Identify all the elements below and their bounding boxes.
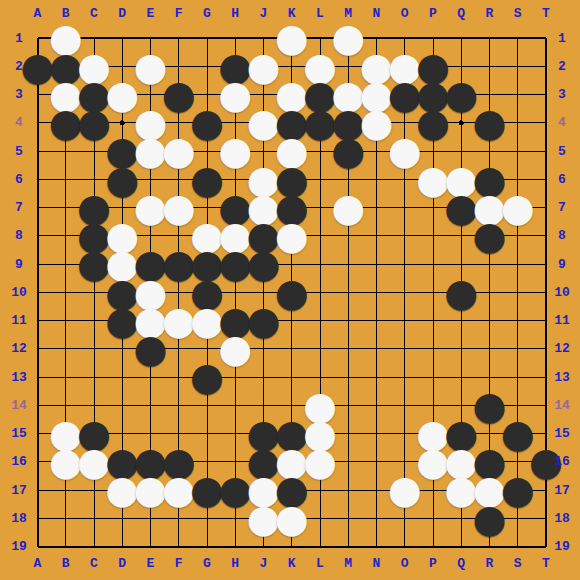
intersection[interactable]: ● bbox=[136, 448, 164, 476]
intersection[interactable] bbox=[165, 165, 193, 193]
intersection[interactable] bbox=[475, 306, 503, 334]
intersection[interactable] bbox=[278, 250, 306, 278]
intersection[interactable] bbox=[306, 363, 334, 391]
intersection[interactable]: ● bbox=[80, 80, 108, 108]
intersection[interactable]: ● bbox=[165, 137, 193, 165]
intersection[interactable] bbox=[249, 137, 277, 165]
intersection[interactable] bbox=[108, 335, 136, 363]
intersection[interactable] bbox=[391, 419, 419, 447]
intersection[interactable] bbox=[108, 193, 136, 221]
intersection[interactable] bbox=[165, 335, 193, 363]
intersection[interactable] bbox=[391, 306, 419, 334]
intersection[interactable] bbox=[362, 306, 390, 334]
intersection[interactable] bbox=[193, 193, 221, 221]
intersection[interactable]: ● bbox=[136, 335, 164, 363]
intersection[interactable]: ● bbox=[306, 391, 334, 419]
intersection[interactable] bbox=[419, 391, 447, 419]
intersection[interactable] bbox=[80, 165, 108, 193]
intersection[interactable] bbox=[391, 109, 419, 137]
intersection[interactable] bbox=[249, 80, 277, 108]
intersection[interactable] bbox=[419, 306, 447, 334]
intersection[interactable] bbox=[391, 335, 419, 363]
intersection[interactable] bbox=[278, 363, 306, 391]
intersection[interactable]: ● bbox=[52, 419, 80, 447]
intersection[interactable]: ● bbox=[447, 476, 475, 504]
intersection[interactable]: ● bbox=[249, 250, 277, 278]
intersection[interactable] bbox=[278, 391, 306, 419]
intersection[interactable]: ● bbox=[334, 80, 362, 108]
intersection[interactable] bbox=[52, 250, 80, 278]
intersection[interactable]: ● bbox=[108, 80, 136, 108]
intersection[interactable] bbox=[52, 363, 80, 391]
intersection[interactable] bbox=[362, 278, 390, 306]
intersection[interactable] bbox=[136, 419, 164, 447]
intersection[interactable] bbox=[193, 52, 221, 80]
intersection[interactable]: ● bbox=[193, 250, 221, 278]
intersection[interactable] bbox=[447, 250, 475, 278]
intersection[interactable] bbox=[136, 165, 164, 193]
intersection[interactable] bbox=[306, 504, 334, 532]
intersection[interactable] bbox=[362, 476, 390, 504]
intersection[interactable]: ● bbox=[108, 448, 136, 476]
intersection[interactable] bbox=[419, 24, 447, 52]
intersection[interactable] bbox=[447, 24, 475, 52]
intersection[interactable] bbox=[504, 165, 532, 193]
intersection[interactable]: ● bbox=[419, 80, 447, 108]
intersection[interactable]: ● bbox=[278, 419, 306, 447]
intersection[interactable]: ● bbox=[278, 193, 306, 221]
intersection[interactable]: ● bbox=[249, 165, 277, 193]
intersection[interactable] bbox=[334, 52, 362, 80]
intersection[interactable] bbox=[306, 306, 334, 334]
intersection[interactable] bbox=[504, 278, 532, 306]
intersection[interactable] bbox=[334, 222, 362, 250]
intersection[interactable] bbox=[136, 24, 164, 52]
intersection[interactable] bbox=[391, 24, 419, 52]
intersection[interactable] bbox=[193, 504, 221, 532]
intersection[interactable] bbox=[278, 306, 306, 334]
intersection[interactable]: ● bbox=[136, 306, 164, 334]
intersection[interactable] bbox=[504, 52, 532, 80]
intersection[interactable] bbox=[221, 165, 249, 193]
intersection[interactable] bbox=[80, 504, 108, 532]
intersection[interactable]: ● bbox=[475, 476, 503, 504]
intersection[interactable] bbox=[334, 165, 362, 193]
intersection[interactable]: ● bbox=[249, 306, 277, 334]
intersection[interactable]: ● bbox=[221, 80, 249, 108]
intersection[interactable] bbox=[391, 193, 419, 221]
intersection[interactable]: ● bbox=[447, 80, 475, 108]
intersection[interactable] bbox=[52, 193, 80, 221]
intersection[interactable] bbox=[108, 391, 136, 419]
intersection[interactable] bbox=[334, 476, 362, 504]
intersection[interactable]: ● bbox=[52, 80, 80, 108]
intersection[interactable] bbox=[80, 278, 108, 306]
intersection[interactable] bbox=[165, 24, 193, 52]
intersection[interactable] bbox=[391, 391, 419, 419]
intersection[interactable] bbox=[504, 137, 532, 165]
intersection[interactable] bbox=[391, 448, 419, 476]
intersection[interactable] bbox=[419, 476, 447, 504]
intersection[interactable] bbox=[306, 250, 334, 278]
intersection[interactable]: ● bbox=[249, 504, 277, 532]
intersection[interactable] bbox=[306, 24, 334, 52]
intersection[interactable]: ● bbox=[108, 476, 136, 504]
intersection[interactable]: ● bbox=[221, 476, 249, 504]
intersection[interactable] bbox=[475, 363, 503, 391]
intersection[interactable] bbox=[504, 335, 532, 363]
intersection[interactable] bbox=[504, 448, 532, 476]
intersection[interactable]: ● bbox=[447, 419, 475, 447]
intersection[interactable]: ● bbox=[306, 80, 334, 108]
intersection[interactable] bbox=[475, 24, 503, 52]
intersection[interactable] bbox=[362, 504, 390, 532]
intersection[interactable] bbox=[362, 448, 390, 476]
intersection[interactable] bbox=[193, 80, 221, 108]
intersection[interactable] bbox=[165, 52, 193, 80]
intersection[interactable]: ● bbox=[80, 109, 108, 137]
intersection[interactable] bbox=[108, 363, 136, 391]
intersection[interactable] bbox=[504, 24, 532, 52]
intersection[interactable] bbox=[475, 52, 503, 80]
intersection[interactable] bbox=[362, 363, 390, 391]
intersection[interactable]: ● bbox=[52, 52, 80, 80]
intersection[interactable] bbox=[136, 222, 164, 250]
intersection[interactable]: ● bbox=[221, 193, 249, 221]
intersection[interactable] bbox=[447, 222, 475, 250]
intersection[interactable]: ● bbox=[278, 222, 306, 250]
intersection[interactable] bbox=[419, 278, 447, 306]
intersection[interactable] bbox=[419, 363, 447, 391]
intersection[interactable] bbox=[52, 222, 80, 250]
intersection[interactable]: ● bbox=[391, 80, 419, 108]
intersection[interactable] bbox=[136, 363, 164, 391]
intersection[interactable]: ● bbox=[362, 80, 390, 108]
intersection[interactable]: ● bbox=[52, 109, 80, 137]
intersection[interactable]: ● bbox=[193, 476, 221, 504]
intersection[interactable] bbox=[419, 250, 447, 278]
intersection[interactable] bbox=[475, 80, 503, 108]
intersection[interactable] bbox=[419, 335, 447, 363]
intersection[interactable] bbox=[221, 391, 249, 419]
intersection[interactable]: ● bbox=[221, 222, 249, 250]
intersection[interactable]: ● bbox=[52, 24, 80, 52]
intersection[interactable] bbox=[504, 222, 532, 250]
intersection[interactable]: ● bbox=[475, 391, 503, 419]
intersection[interactable]: ● bbox=[504, 476, 532, 504]
intersection[interactable] bbox=[80, 137, 108, 165]
intersection[interactable]: ● bbox=[221, 250, 249, 278]
intersection[interactable]: ● bbox=[278, 80, 306, 108]
intersection[interactable]: ● bbox=[391, 137, 419, 165]
intersection[interactable]: ● bbox=[447, 165, 475, 193]
intersection[interactable] bbox=[504, 363, 532, 391]
intersection[interactable]: ● bbox=[80, 250, 108, 278]
intersection[interactable] bbox=[221, 363, 249, 391]
intersection[interactable]: ● bbox=[278, 504, 306, 532]
intersection[interactable]: ● bbox=[278, 165, 306, 193]
intersection[interactable]: ● bbox=[108, 137, 136, 165]
intersection[interactable] bbox=[447, 306, 475, 334]
intersection[interactable]: ● bbox=[249, 109, 277, 137]
intersection[interactable]: ● bbox=[249, 448, 277, 476]
intersection[interactable]: ● bbox=[193, 222, 221, 250]
intersection[interactable]: ● bbox=[249, 222, 277, 250]
intersection[interactable] bbox=[475, 137, 503, 165]
intersection[interactable]: ● bbox=[419, 52, 447, 80]
intersection[interactable] bbox=[165, 109, 193, 137]
intersection[interactable] bbox=[334, 363, 362, 391]
intersection[interactable]: ● bbox=[136, 52, 164, 80]
intersection[interactable]: ● bbox=[108, 306, 136, 334]
intersection[interactable] bbox=[249, 278, 277, 306]
intersection[interactable] bbox=[193, 419, 221, 447]
intersection[interactable] bbox=[193, 391, 221, 419]
intersection[interactable] bbox=[447, 52, 475, 80]
intersection[interactable] bbox=[334, 278, 362, 306]
intersection[interactable] bbox=[165, 278, 193, 306]
intersection[interactable] bbox=[165, 504, 193, 532]
intersection[interactable]: ● bbox=[278, 476, 306, 504]
intersection[interactable]: ● bbox=[136, 250, 164, 278]
intersection[interactable] bbox=[306, 222, 334, 250]
intersection[interactable] bbox=[221, 504, 249, 532]
intersection[interactable] bbox=[334, 448, 362, 476]
intersection[interactable]: ● bbox=[475, 504, 503, 532]
intersection[interactable]: ● bbox=[306, 109, 334, 137]
intersection[interactable]: ● bbox=[249, 52, 277, 80]
intersection[interactable]: ● bbox=[165, 193, 193, 221]
intersection[interactable]: ● bbox=[165, 448, 193, 476]
intersection[interactable]: ● bbox=[419, 419, 447, 447]
intersection[interactable] bbox=[391, 504, 419, 532]
intersection[interactable] bbox=[334, 504, 362, 532]
intersection[interactable]: ● bbox=[193, 165, 221, 193]
intersection[interactable] bbox=[391, 278, 419, 306]
intersection[interactable]: ● bbox=[334, 24, 362, 52]
intersection[interactable] bbox=[391, 222, 419, 250]
intersection[interactable]: ● bbox=[108, 165, 136, 193]
intersection[interactable] bbox=[136, 504, 164, 532]
intersection[interactable] bbox=[193, 335, 221, 363]
intersection[interactable]: ● bbox=[419, 448, 447, 476]
intersection[interactable]: ● bbox=[136, 109, 164, 137]
intersection[interactable]: ● bbox=[193, 109, 221, 137]
intersection[interactable] bbox=[52, 165, 80, 193]
intersection[interactable]: ● bbox=[80, 222, 108, 250]
intersection[interactable]: ● bbox=[475, 193, 503, 221]
intersection[interactable]: ● bbox=[278, 109, 306, 137]
intersection[interactable] bbox=[447, 137, 475, 165]
intersection[interactable]: ● bbox=[504, 419, 532, 447]
intersection[interactable]: ● bbox=[475, 448, 503, 476]
intersection[interactable] bbox=[362, 24, 390, 52]
intersection[interactable]: ● bbox=[334, 109, 362, 137]
intersection[interactable] bbox=[108, 109, 136, 137]
intersection[interactable]: ● bbox=[80, 52, 108, 80]
intersection[interactable] bbox=[419, 504, 447, 532]
intersection[interactable]: ● bbox=[80, 448, 108, 476]
intersection[interactable]: ● bbox=[108, 222, 136, 250]
intersection[interactable] bbox=[52, 504, 80, 532]
intersection[interactable] bbox=[108, 504, 136, 532]
intersection[interactable]: ● bbox=[334, 193, 362, 221]
intersection[interactable] bbox=[165, 419, 193, 447]
intersection[interactable] bbox=[447, 363, 475, 391]
intersection[interactable] bbox=[419, 137, 447, 165]
intersection[interactable] bbox=[108, 52, 136, 80]
intersection[interactable]: ● bbox=[249, 476, 277, 504]
intersection[interactable] bbox=[504, 250, 532, 278]
intersection[interactable]: ● bbox=[136, 278, 164, 306]
intersection[interactable]: ● bbox=[52, 448, 80, 476]
intersection[interactable]: ● bbox=[249, 419, 277, 447]
intersection[interactable] bbox=[447, 109, 475, 137]
intersection[interactable] bbox=[419, 222, 447, 250]
intersection[interactable]: ● bbox=[504, 193, 532, 221]
intersection[interactable] bbox=[391, 363, 419, 391]
intersection[interactable]: ● bbox=[362, 52, 390, 80]
intersection[interactable] bbox=[504, 504, 532, 532]
intersection[interactable] bbox=[249, 363, 277, 391]
intersection[interactable] bbox=[278, 335, 306, 363]
intersection[interactable] bbox=[362, 222, 390, 250]
intersection[interactable] bbox=[334, 335, 362, 363]
intersection[interactable]: ● bbox=[447, 193, 475, 221]
intersection[interactable]: ● bbox=[391, 52, 419, 80]
intersection[interactable] bbox=[108, 24, 136, 52]
intersection[interactable] bbox=[306, 476, 334, 504]
intersection[interactable]: ● bbox=[306, 419, 334, 447]
intersection[interactable] bbox=[80, 476, 108, 504]
intersection[interactable]: ● bbox=[278, 448, 306, 476]
intersection[interactable] bbox=[193, 137, 221, 165]
intersection[interactable] bbox=[80, 306, 108, 334]
intersection[interactable] bbox=[136, 80, 164, 108]
intersection[interactable] bbox=[165, 222, 193, 250]
intersection[interactable] bbox=[52, 391, 80, 419]
intersection[interactable] bbox=[108, 419, 136, 447]
intersection[interactable] bbox=[136, 391, 164, 419]
intersection[interactable] bbox=[391, 250, 419, 278]
intersection[interactable]: ● bbox=[165, 476, 193, 504]
intersection[interactable]: ● bbox=[249, 193, 277, 221]
intersection[interactable] bbox=[80, 24, 108, 52]
intersection[interactable] bbox=[475, 419, 503, 447]
intersection[interactable]: ● bbox=[165, 80, 193, 108]
intersection[interactable]: ● bbox=[136, 137, 164, 165]
intersection[interactable] bbox=[475, 278, 503, 306]
intersection[interactable] bbox=[391, 165, 419, 193]
intersection[interactable]: ● bbox=[136, 476, 164, 504]
intersection[interactable]: ● bbox=[278, 24, 306, 52]
intersection[interactable]: ● bbox=[447, 278, 475, 306]
intersection[interactable]: ● bbox=[334, 137, 362, 165]
intersection[interactable] bbox=[52, 335, 80, 363]
intersection[interactable] bbox=[306, 278, 334, 306]
intersection[interactable] bbox=[504, 391, 532, 419]
intersection[interactable]: ● bbox=[475, 165, 503, 193]
intersection[interactable] bbox=[80, 335, 108, 363]
intersection[interactable] bbox=[504, 306, 532, 334]
intersection[interactable] bbox=[165, 391, 193, 419]
intersection[interactable]: ● bbox=[391, 476, 419, 504]
intersection[interactable] bbox=[221, 109, 249, 137]
intersection[interactable] bbox=[306, 335, 334, 363]
intersection[interactable] bbox=[362, 165, 390, 193]
intersection[interactable] bbox=[362, 193, 390, 221]
intersection[interactable]: ● bbox=[80, 419, 108, 447]
intersection[interactable]: ● bbox=[475, 109, 503, 137]
intersection[interactable] bbox=[80, 363, 108, 391]
intersection[interactable]: ● bbox=[447, 448, 475, 476]
intersection[interactable]: ● bbox=[306, 52, 334, 80]
intersection[interactable] bbox=[221, 419, 249, 447]
intersection[interactable] bbox=[447, 335, 475, 363]
intersection[interactable]: ● bbox=[221, 137, 249, 165]
intersection[interactable]: ● bbox=[419, 109, 447, 137]
intersection[interactable]: ● bbox=[278, 278, 306, 306]
intersection[interactable] bbox=[334, 306, 362, 334]
intersection[interactable] bbox=[306, 165, 334, 193]
intersection[interactable] bbox=[504, 80, 532, 108]
intersection[interactable]: ● bbox=[221, 52, 249, 80]
intersection[interactable] bbox=[52, 137, 80, 165]
intersection[interactable]: ● bbox=[193, 278, 221, 306]
intersection[interactable] bbox=[306, 137, 334, 165]
intersection[interactable]: ● bbox=[193, 363, 221, 391]
intersection[interactable]: ● bbox=[108, 278, 136, 306]
intersection[interactable] bbox=[193, 24, 221, 52]
intersection[interactable] bbox=[249, 24, 277, 52]
intersection[interactable] bbox=[362, 335, 390, 363]
intersection[interactable] bbox=[475, 335, 503, 363]
intersection[interactable] bbox=[278, 52, 306, 80]
intersection[interactable] bbox=[504, 109, 532, 137]
intersection[interactable]: ● bbox=[362, 109, 390, 137]
intersection[interactable] bbox=[249, 335, 277, 363]
intersection[interactable] bbox=[221, 278, 249, 306]
intersection[interactable] bbox=[52, 476, 80, 504]
intersection[interactable] bbox=[362, 419, 390, 447]
intersection[interactable]: ● bbox=[80, 193, 108, 221]
intersection[interactable] bbox=[249, 391, 277, 419]
intersection[interactable]: ● bbox=[221, 306, 249, 334]
intersection[interactable]: ● bbox=[306, 448, 334, 476]
intersection[interactable] bbox=[306, 193, 334, 221]
intersection[interactable] bbox=[193, 448, 221, 476]
intersection[interactable] bbox=[52, 306, 80, 334]
intersection[interactable] bbox=[334, 419, 362, 447]
intersection[interactable]: ● bbox=[475, 222, 503, 250]
intersection[interactable]: ● bbox=[165, 306, 193, 334]
intersection[interactable] bbox=[447, 391, 475, 419]
intersection[interactable]: ● bbox=[419, 165, 447, 193]
intersection[interactable]: ● bbox=[136, 193, 164, 221]
intersection[interactable] bbox=[221, 448, 249, 476]
intersection[interactable] bbox=[362, 137, 390, 165]
intersection[interactable]: ● bbox=[278, 137, 306, 165]
intersection[interactable] bbox=[334, 250, 362, 278]
intersection[interactable] bbox=[419, 193, 447, 221]
intersection[interactable]: ● bbox=[108, 250, 136, 278]
intersection[interactable]: ● bbox=[221, 335, 249, 363]
intersection[interactable] bbox=[362, 250, 390, 278]
intersection[interactable] bbox=[80, 391, 108, 419]
intersection[interactable] bbox=[165, 363, 193, 391]
intersection[interactable]: ● bbox=[165, 250, 193, 278]
intersection[interactable] bbox=[447, 504, 475, 532]
